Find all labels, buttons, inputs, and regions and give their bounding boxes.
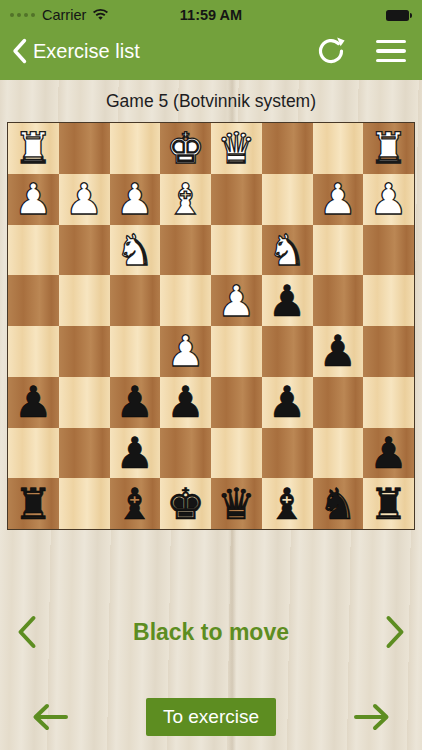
white-bishop: ♝ xyxy=(166,174,205,224)
white-queen: ♛ xyxy=(217,123,256,173)
square-b6[interactable] xyxy=(313,377,364,428)
square-g6[interactable] xyxy=(59,377,110,428)
black-bishop: ♝ xyxy=(116,479,155,529)
black-rook: ♜ xyxy=(14,479,53,529)
back-button[interactable]: Exercise list xyxy=(12,38,140,64)
square-g5[interactable] xyxy=(59,326,110,377)
black-pawn: ♟ xyxy=(268,377,307,427)
status-bar: Carrier 11:59 AM xyxy=(0,0,422,28)
square-f1[interactable] xyxy=(110,123,161,174)
black-pawn: ♟ xyxy=(166,377,205,427)
white-rook: ♜ xyxy=(369,123,408,173)
square-b8[interactable]: ♞ xyxy=(313,478,364,529)
square-f5[interactable] xyxy=(110,326,161,377)
square-b4[interactable] xyxy=(313,275,364,326)
square-f8[interactable]: ♝ xyxy=(110,478,161,529)
square-a5[interactable] xyxy=(363,326,414,377)
square-e4[interactable] xyxy=(160,275,211,326)
square-f3[interactable]: ♞ xyxy=(110,225,161,276)
square-a2[interactable]: ♟ xyxy=(363,174,414,225)
square-d6[interactable] xyxy=(211,377,262,428)
square-g7[interactable] xyxy=(59,428,110,479)
square-e5[interactable]: ♟ xyxy=(160,326,211,377)
white-pawn: ♟ xyxy=(65,174,104,224)
previous-position-button[interactable] xyxy=(16,615,38,649)
square-h8[interactable]: ♜ xyxy=(8,478,59,529)
chevron-left-icon xyxy=(16,615,38,649)
square-h7[interactable] xyxy=(8,428,59,479)
chess-board[interactable]: ♜♚♛♜♟♟♟♝♟♟♞♞♟♟♟♟♟♟♟♟♟♟♜♝♚♛♝♞♜ xyxy=(7,122,415,530)
square-g8[interactable] xyxy=(59,478,110,529)
square-a8[interactable]: ♜ xyxy=(363,478,414,529)
black-pawn: ♟ xyxy=(319,326,358,376)
square-b7[interactable] xyxy=(313,428,364,479)
bottom-action-bar: To exercise xyxy=(0,692,422,742)
black-king: ♚ xyxy=(166,479,205,529)
square-d1[interactable]: ♛ xyxy=(211,123,262,174)
page-title: Game 5 (Botvinnik system) xyxy=(106,91,316,112)
square-h3[interactable] xyxy=(8,225,59,276)
square-c2[interactable] xyxy=(262,174,313,225)
square-a1[interactable]: ♜ xyxy=(363,123,414,174)
square-g3[interactable] xyxy=(59,225,110,276)
white-pawn: ♟ xyxy=(217,276,256,326)
square-c1[interactable] xyxy=(262,123,313,174)
chevron-right-icon xyxy=(384,615,406,649)
to-exercise-button[interactable]: To exercise xyxy=(146,698,276,736)
square-a7[interactable]: ♟ xyxy=(363,428,414,479)
black-pawn: ♟ xyxy=(268,276,307,326)
black-queen: ♛ xyxy=(217,479,256,529)
square-g4[interactable] xyxy=(59,275,110,326)
square-c8[interactable]: ♝ xyxy=(262,478,313,529)
square-b5[interactable]: ♟ xyxy=(313,326,364,377)
white-pawn: ♟ xyxy=(14,174,53,224)
square-d4[interactable]: ♟ xyxy=(211,275,262,326)
move-indicator-row: Black to move xyxy=(0,608,422,656)
black-pawn: ♟ xyxy=(369,428,408,478)
square-c6[interactable]: ♟ xyxy=(262,377,313,428)
black-pawn: ♟ xyxy=(116,377,155,427)
square-d2[interactable] xyxy=(211,174,262,225)
square-g2[interactable]: ♟ xyxy=(59,174,110,225)
white-knight: ♞ xyxy=(116,225,155,275)
square-e1[interactable]: ♚ xyxy=(160,123,211,174)
square-f2[interactable]: ♟ xyxy=(110,174,161,225)
white-knight: ♞ xyxy=(268,225,307,275)
square-a3[interactable] xyxy=(363,225,414,276)
square-a6[interactable] xyxy=(363,377,414,428)
side-to-move-label: Black to move xyxy=(38,619,384,646)
arrow-right-icon xyxy=(352,701,392,733)
square-h5[interactable] xyxy=(8,326,59,377)
black-rook: ♜ xyxy=(369,479,408,529)
square-h6[interactable]: ♟ xyxy=(8,377,59,428)
square-a4[interactable] xyxy=(363,275,414,326)
square-d5[interactable] xyxy=(211,326,262,377)
square-d8[interactable]: ♛ xyxy=(211,478,262,529)
square-b3[interactable] xyxy=(313,225,364,276)
back-button-label: Exercise list xyxy=(33,40,140,63)
black-pawn: ♟ xyxy=(116,428,155,478)
square-f7[interactable]: ♟ xyxy=(110,428,161,479)
square-f4[interactable] xyxy=(110,275,161,326)
white-pawn: ♟ xyxy=(116,174,155,224)
square-c3[interactable]: ♞ xyxy=(262,225,313,276)
square-h2[interactable]: ♟ xyxy=(8,174,59,225)
square-h4[interactable] xyxy=(8,275,59,326)
square-h1[interactable]: ♜ xyxy=(8,123,59,174)
navigation-bar: Exercise list xyxy=(0,28,422,80)
square-c7[interactable] xyxy=(262,428,313,479)
white-pawn: ♟ xyxy=(369,174,408,224)
square-d7[interactable] xyxy=(211,428,262,479)
square-e2[interactable]: ♝ xyxy=(160,174,211,225)
clock-time: 11:59 AM xyxy=(0,7,422,23)
refresh-icon xyxy=(316,36,346,66)
square-g1[interactable] xyxy=(59,123,110,174)
square-d3[interactable] xyxy=(211,225,262,276)
white-pawn: ♟ xyxy=(166,326,205,376)
square-b2[interactable]: ♟ xyxy=(313,174,364,225)
refresh-button[interactable] xyxy=(316,36,346,66)
black-bishop: ♝ xyxy=(268,479,307,529)
white-king: ♚ xyxy=(166,123,205,173)
battery-icon xyxy=(386,10,412,21)
white-rook: ♜ xyxy=(14,123,53,173)
square-f6[interactable]: ♟ xyxy=(110,377,161,428)
square-c5[interactable] xyxy=(262,326,313,377)
menu-button[interactable] xyxy=(376,40,406,63)
previous-exercise-button[interactable] xyxy=(30,701,70,733)
square-e7[interactable] xyxy=(160,428,211,479)
black-knight: ♞ xyxy=(319,479,358,529)
square-b1[interactable] xyxy=(313,123,364,174)
chevron-left-icon xyxy=(12,38,27,64)
square-e8[interactable]: ♚ xyxy=(160,478,211,529)
square-c4[interactable]: ♟ xyxy=(262,275,313,326)
square-e6[interactable]: ♟ xyxy=(160,377,211,428)
square-e3[interactable] xyxy=(160,225,211,276)
white-pawn: ♟ xyxy=(319,174,358,224)
arrow-left-icon xyxy=(30,701,70,733)
next-exercise-button[interactable] xyxy=(352,701,392,733)
next-position-button[interactable] xyxy=(384,615,406,649)
black-pawn: ♟ xyxy=(14,377,53,427)
